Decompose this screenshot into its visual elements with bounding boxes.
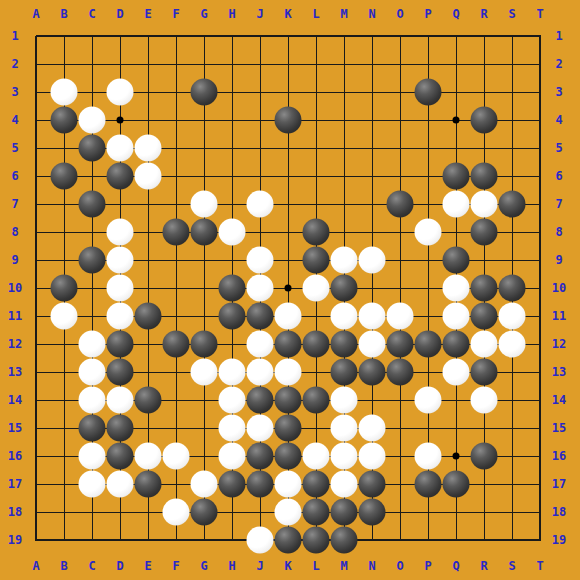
- stone-white-K18: [275, 499, 302, 526]
- coord-label-top-M: M: [340, 8, 347, 20]
- coord-label-top-P: P: [424, 8, 431, 20]
- coord-label-left-14: 14: [8, 394, 22, 406]
- coord-label-top-B: B: [60, 8, 67, 20]
- coord-label-right-11: 11: [552, 310, 566, 322]
- coord-label-top-D: D: [116, 8, 123, 20]
- stone-white-O11: [387, 303, 414, 330]
- stone-black-H17: [219, 471, 246, 498]
- stone-black-M13: [331, 359, 358, 386]
- coord-label-right-15: 15: [552, 422, 566, 434]
- coord-label-bottom-N: N: [368, 560, 375, 572]
- coord-label-right-12: 12: [552, 338, 566, 350]
- coord-label-left-8: 8: [11, 226, 18, 238]
- stone-white-M14: [331, 387, 358, 414]
- stone-black-O7: [387, 191, 414, 218]
- star-point-D4: [117, 117, 124, 124]
- coord-label-left-12: 12: [8, 338, 22, 350]
- stone-white-J7: [247, 191, 274, 218]
- stone-black-D16: [107, 443, 134, 470]
- coord-label-right-10: 10: [552, 282, 566, 294]
- stone-black-R16: [471, 443, 498, 470]
- stone-black-Q9: [443, 247, 470, 274]
- coord-label-left-1: 1: [11, 30, 18, 42]
- stone-white-H8: [219, 219, 246, 246]
- coord-label-bottom-K: K: [284, 560, 291, 572]
- coord-label-bottom-E: E: [144, 560, 151, 572]
- stone-white-P8: [415, 219, 442, 246]
- coord-label-bottom-T: T: [536, 560, 543, 572]
- stone-white-N11: [359, 303, 386, 330]
- stone-white-N12: [359, 331, 386, 358]
- coord-label-right-6: 6: [555, 170, 562, 182]
- star-point-Q16: [453, 453, 460, 460]
- stone-black-R13: [471, 359, 498, 386]
- coord-label-right-9: 9: [555, 254, 562, 266]
- stone-black-L19: [303, 527, 330, 554]
- stone-black-J17: [247, 471, 274, 498]
- stone-black-B4: [51, 107, 78, 134]
- coord-label-right-14: 14: [552, 394, 566, 406]
- stone-black-R6: [471, 163, 498, 190]
- stone-white-J19: [247, 527, 274, 554]
- stone-black-C7: [79, 191, 106, 218]
- stone-white-H14: [219, 387, 246, 414]
- stone-white-G7: [191, 191, 218, 218]
- stone-black-K19: [275, 527, 302, 554]
- stone-black-Q6: [443, 163, 470, 190]
- stone-black-N17: [359, 471, 386, 498]
- stone-black-M10: [331, 275, 358, 302]
- stone-black-R10: [471, 275, 498, 302]
- stone-white-Q11: [443, 303, 470, 330]
- stone-black-E14: [135, 387, 162, 414]
- stone-black-F8: [163, 219, 190, 246]
- coord-label-right-19: 19: [552, 534, 566, 546]
- stone-white-R14: [471, 387, 498, 414]
- coord-label-top-K: K: [284, 8, 291, 20]
- coord-label-top-E: E: [144, 8, 151, 20]
- stone-black-E17: [135, 471, 162, 498]
- stone-black-N18: [359, 499, 386, 526]
- stone-black-K16: [275, 443, 302, 470]
- coord-label-bottom-L: L: [312, 560, 319, 572]
- coord-label-bottom-A: A: [32, 560, 39, 572]
- coord-label-bottom-D: D: [116, 560, 123, 572]
- stone-white-M15: [331, 415, 358, 442]
- stone-black-H10: [219, 275, 246, 302]
- stone-white-C4: [79, 107, 106, 134]
- stone-black-L9: [303, 247, 330, 274]
- coord-label-bottom-G: G: [200, 560, 207, 572]
- stone-black-R11: [471, 303, 498, 330]
- stone-black-P12: [415, 331, 442, 358]
- stone-black-M19: [331, 527, 358, 554]
- star-point-Q4: [453, 117, 460, 124]
- coord-label-left-17: 17: [8, 478, 22, 490]
- stone-black-G3: [191, 79, 218, 106]
- coord-label-right-8: 8: [555, 226, 562, 238]
- stone-white-L10: [303, 275, 330, 302]
- coord-label-left-2: 2: [11, 58, 18, 70]
- stone-black-K14: [275, 387, 302, 414]
- coord-label-right-16: 16: [552, 450, 566, 462]
- stone-black-J16: [247, 443, 274, 470]
- stone-white-N9: [359, 247, 386, 274]
- coord-label-left-5: 5: [11, 142, 18, 154]
- stone-white-C14: [79, 387, 106, 414]
- stone-black-M18: [331, 499, 358, 526]
- coord-label-bottom-S: S: [508, 560, 515, 572]
- coord-label-right-18: 18: [552, 506, 566, 518]
- stone-white-F16: [163, 443, 190, 470]
- coord-label-left-16: 16: [8, 450, 22, 462]
- stone-white-J15: [247, 415, 274, 442]
- coord-label-left-3: 3: [11, 86, 18, 98]
- stone-black-Q12: [443, 331, 470, 358]
- stone-white-D11: [107, 303, 134, 330]
- coord-label-left-11: 11: [8, 310, 22, 322]
- grid-line-vertical: [400, 36, 401, 541]
- coord-label-top-C: C: [88, 8, 95, 20]
- stone-white-D8: [107, 219, 134, 246]
- stone-white-J10: [247, 275, 274, 302]
- stone-white-J13: [247, 359, 274, 386]
- stone-black-G8: [191, 219, 218, 246]
- stone-black-L12: [303, 331, 330, 358]
- stone-black-G12: [191, 331, 218, 358]
- stone-white-M17: [331, 471, 358, 498]
- stone-white-G17: [191, 471, 218, 498]
- stone-white-Q13: [443, 359, 470, 386]
- stone-black-D12: [107, 331, 134, 358]
- stone-black-C5: [79, 135, 106, 162]
- stone-white-S12: [499, 331, 526, 358]
- stone-white-C13: [79, 359, 106, 386]
- coord-label-bottom-Q: Q: [452, 560, 459, 572]
- stone-white-P16: [415, 443, 442, 470]
- coord-label-top-A: A: [32, 8, 39, 20]
- stone-black-C9: [79, 247, 106, 274]
- coord-label-top-T: T: [536, 8, 543, 20]
- coord-label-right-13: 13: [552, 366, 566, 378]
- go-board[interactable]: AABBCCDDEEFFGGHHJJKKLLMMNNOOPPQQRRSSTT11…: [0, 0, 580, 580]
- coord-label-left-15: 15: [8, 422, 22, 434]
- stone-black-K15: [275, 415, 302, 442]
- stone-white-Q7: [443, 191, 470, 218]
- stone-black-J11: [247, 303, 274, 330]
- stone-black-B10: [51, 275, 78, 302]
- stone-black-F12: [163, 331, 190, 358]
- stone-white-S11: [499, 303, 526, 330]
- coord-label-right-7: 7: [555, 198, 562, 210]
- stone-white-M16: [331, 443, 358, 470]
- coord-label-top-S: S: [508, 8, 515, 20]
- stone-white-K13: [275, 359, 302, 386]
- stone-black-J14: [247, 387, 274, 414]
- coord-label-right-1: 1: [555, 30, 562, 42]
- coord-label-left-9: 9: [11, 254, 18, 266]
- coord-label-top-N: N: [368, 8, 375, 20]
- stone-black-P3: [415, 79, 442, 106]
- stone-black-L18: [303, 499, 330, 526]
- grid-line-vertical: [539, 36, 541, 541]
- stone-white-G13: [191, 359, 218, 386]
- coord-label-bottom-C: C: [88, 560, 95, 572]
- stone-white-C12: [79, 331, 106, 358]
- coord-label-right-3: 3: [555, 86, 562, 98]
- coord-label-left-18: 18: [8, 506, 22, 518]
- stone-white-E6: [135, 163, 162, 190]
- stone-white-R7: [471, 191, 498, 218]
- stone-black-L14: [303, 387, 330, 414]
- coord-label-left-7: 7: [11, 198, 18, 210]
- coord-label-right-5: 5: [555, 142, 562, 154]
- coord-label-right-2: 2: [555, 58, 562, 70]
- stone-white-H16: [219, 443, 246, 470]
- coord-label-left-10: 10: [8, 282, 22, 294]
- stone-white-H13: [219, 359, 246, 386]
- coord-label-top-H: H: [228, 8, 235, 20]
- stone-white-B3: [51, 79, 78, 106]
- coord-label-left-13: 13: [8, 366, 22, 378]
- coord-label-top-O: O: [396, 8, 403, 20]
- coord-label-bottom-F: F: [172, 560, 179, 572]
- stone-black-L17: [303, 471, 330, 498]
- stone-black-R8: [471, 219, 498, 246]
- stone-black-P17: [415, 471, 442, 498]
- stone-white-J9: [247, 247, 274, 274]
- coord-label-bottom-P: P: [424, 560, 431, 572]
- stone-black-Q17: [443, 471, 470, 498]
- stone-black-K4: [275, 107, 302, 134]
- stone-white-E16: [135, 443, 162, 470]
- coord-label-top-L: L: [312, 8, 319, 20]
- stone-black-C15: [79, 415, 106, 442]
- coord-label-top-F: F: [172, 8, 179, 20]
- stone-white-M11: [331, 303, 358, 330]
- stone-black-K12: [275, 331, 302, 358]
- stone-black-D6: [107, 163, 134, 190]
- stone-white-J12: [247, 331, 274, 358]
- stone-white-L16: [303, 443, 330, 470]
- stone-white-D5: [107, 135, 134, 162]
- stone-white-D10: [107, 275, 134, 302]
- stone-white-B11: [51, 303, 78, 330]
- stone-black-E11: [135, 303, 162, 330]
- stone-black-N13: [359, 359, 386, 386]
- stone-black-S10: [499, 275, 526, 302]
- stone-white-P14: [415, 387, 442, 414]
- stone-white-C16: [79, 443, 106, 470]
- stone-black-L8: [303, 219, 330, 246]
- coord-label-left-4: 4: [11, 114, 18, 126]
- stone-white-K17: [275, 471, 302, 498]
- stone-white-N16: [359, 443, 386, 470]
- stone-white-H15: [219, 415, 246, 442]
- coord-label-bottom-B: B: [60, 560, 67, 572]
- stone-black-O13: [387, 359, 414, 386]
- stone-white-F18: [163, 499, 190, 526]
- stone-white-D14: [107, 387, 134, 414]
- coord-label-top-J: J: [256, 8, 263, 20]
- stone-black-D15: [107, 415, 134, 442]
- stone-black-S7: [499, 191, 526, 218]
- coord-label-left-19: 19: [8, 534, 22, 546]
- stone-black-B6: [51, 163, 78, 190]
- coord-label-top-Q: Q: [452, 8, 459, 20]
- coord-label-top-G: G: [200, 8, 207, 20]
- coord-label-bottom-R: R: [480, 560, 487, 572]
- coord-label-bottom-O: O: [396, 560, 403, 572]
- stone-white-M9: [331, 247, 358, 274]
- stone-white-D3: [107, 79, 134, 106]
- coord-label-left-6: 6: [11, 170, 18, 182]
- stone-black-R4: [471, 107, 498, 134]
- star-point-K10: [285, 285, 292, 292]
- stone-black-D13: [107, 359, 134, 386]
- stone-black-O12: [387, 331, 414, 358]
- stone-white-Q10: [443, 275, 470, 302]
- coord-label-top-R: R: [480, 8, 487, 20]
- coord-label-right-17: 17: [552, 478, 566, 490]
- coord-label-bottom-H: H: [228, 560, 235, 572]
- stone-white-D9: [107, 247, 134, 274]
- coord-label-right-4: 4: [555, 114, 562, 126]
- stone-white-D17: [107, 471, 134, 498]
- stone-white-N15: [359, 415, 386, 442]
- stone-black-M12: [331, 331, 358, 358]
- stone-white-E5: [135, 135, 162, 162]
- stone-white-K11: [275, 303, 302, 330]
- coord-label-bottom-J: J: [256, 560, 263, 572]
- coord-label-bottom-M: M: [340, 560, 347, 572]
- stone-white-C17: [79, 471, 106, 498]
- stone-black-G18: [191, 499, 218, 526]
- stone-white-R12: [471, 331, 498, 358]
- stone-black-H11: [219, 303, 246, 330]
